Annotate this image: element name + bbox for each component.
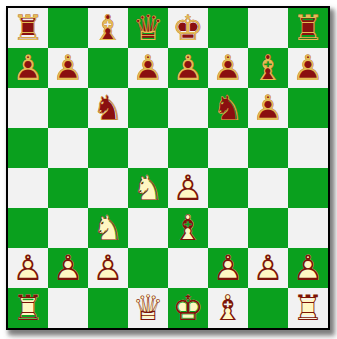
piece-black-pawn-icon[interactable]: ♟♙ [128, 48, 168, 88]
square-b8[interactable] [48, 8, 88, 48]
square-f7[interactable]: ♟♙ [208, 48, 248, 88]
piece-outline-glyph: ♙ [248, 88, 288, 128]
piece-outline-glyph: ♘ [208, 88, 248, 128]
square-b7[interactable]: ♟♙ [48, 48, 88, 88]
square-b5[interactable] [48, 128, 88, 168]
square-b2[interactable]: ♟♙ [48, 248, 88, 288]
piece-black-pawn-icon[interactable]: ♟♙ [168, 48, 208, 88]
square-f2[interactable]: ♟♙ [208, 248, 248, 288]
piece-black-rook-icon[interactable]: ♜♖ [288, 8, 328, 48]
board-frame: ♜♖♝♗♛♕♚♔♜♖♟♙♟♙♟♙♟♙♟♙♝♗♟♙♞♘♞♘♟♙♞♘♟♙♞♘♝♗♟♙… [6, 6, 330, 330]
piece-outline-glyph: ♘ [88, 208, 128, 248]
square-d6[interactable] [128, 88, 168, 128]
piece-white-pawn-icon[interactable]: ♟♙ [208, 248, 248, 288]
square-g4[interactable] [248, 168, 288, 208]
chess-board: ♜♖♝♗♛♕♚♔♜♖♟♙♟♙♟♙♟♙♟♙♝♗♟♙♞♘♞♘♟♙♞♘♟♙♞♘♝♗♟♙… [8, 8, 328, 328]
square-a2[interactable]: ♟♙ [8, 248, 48, 288]
piece-outline-glyph: ♙ [48, 48, 88, 88]
square-f4[interactable] [208, 168, 248, 208]
square-b1[interactable] [48, 288, 88, 328]
square-c2[interactable]: ♟♙ [88, 248, 128, 288]
square-g5[interactable] [248, 128, 288, 168]
piece-outline-glyph: ♙ [208, 248, 248, 288]
piece-outline-glyph: ♙ [8, 48, 48, 88]
square-e5[interactable] [168, 128, 208, 168]
square-a1[interactable]: ♜♖ [8, 288, 48, 328]
piece-black-rook-icon[interactable]: ♜♖ [8, 8, 48, 48]
square-g8[interactable] [248, 8, 288, 48]
square-b4[interactable] [48, 168, 88, 208]
piece-black-pawn-icon[interactable]: ♟♙ [48, 48, 88, 88]
piece-outline-glyph: ♙ [248, 248, 288, 288]
piece-white-rook-icon[interactable]: ♜♖ [288, 288, 328, 328]
square-e2[interactable] [168, 248, 208, 288]
piece-outline-glyph: ♙ [168, 168, 208, 208]
square-d3[interactable] [128, 208, 168, 248]
square-a7[interactable]: ♟♙ [8, 48, 48, 88]
square-g1[interactable] [248, 288, 288, 328]
piece-white-bishop-icon[interactable]: ♝♗ [208, 288, 248, 328]
piece-outline-glyph: ♕ [128, 8, 168, 48]
piece-white-pawn-icon[interactable]: ♟♙ [8, 248, 48, 288]
square-e8[interactable]: ♚♔ [168, 8, 208, 48]
piece-white-pawn-icon[interactable]: ♟♙ [88, 248, 128, 288]
piece-outline-glyph: ♔ [168, 288, 208, 328]
square-a3[interactable] [8, 208, 48, 248]
piece-outline-glyph: ♖ [288, 288, 328, 328]
piece-outline-glyph: ♗ [248, 48, 288, 88]
piece-outline-glyph: ♔ [168, 8, 208, 48]
piece-outline-glyph: ♙ [288, 48, 328, 88]
piece-outline-glyph: ♙ [8, 248, 48, 288]
square-h7[interactable]: ♟♙ [288, 48, 328, 88]
piece-outline-glyph: ♗ [88, 8, 128, 48]
piece-outline-glyph: ♖ [8, 288, 48, 328]
piece-outline-glyph: ♘ [88, 88, 128, 128]
piece-white-knight-icon[interactable]: ♞♘ [88, 208, 128, 248]
piece-white-pawn-icon[interactable]: ♟♙ [168, 168, 208, 208]
square-e7[interactable]: ♟♙ [168, 48, 208, 88]
square-b3[interactable] [48, 208, 88, 248]
square-f8[interactable] [208, 8, 248, 48]
piece-outline-glyph: ♕ [128, 288, 168, 328]
square-d8[interactable]: ♛♕ [128, 8, 168, 48]
square-c7[interactable] [88, 48, 128, 88]
square-d1[interactable]: ♛♕ [128, 288, 168, 328]
piece-black-pawn-icon[interactable]: ♟♙ [208, 48, 248, 88]
piece-black-knight-icon[interactable]: ♞♘ [88, 88, 128, 128]
square-e3[interactable]: ♝♗ [168, 208, 208, 248]
piece-black-pawn-icon[interactable]: ♟♙ [248, 88, 288, 128]
piece-outline-glyph: ♖ [288, 8, 328, 48]
square-c3[interactable]: ♞♘ [88, 208, 128, 248]
square-h8[interactable]: ♜♖ [288, 8, 328, 48]
piece-black-king-icon[interactable]: ♚♔ [168, 8, 208, 48]
piece-outline-glyph: ♗ [208, 288, 248, 328]
piece-outline-glyph: ♙ [168, 48, 208, 88]
chess-app-window: ♜♖♝♗♛♕♚♔♜♖♟♙♟♙♟♙♟♙♟♙♝♗♟♙♞♘♞♘♟♙♞♘♟♙♞♘♝♗♟♙… [0, 0, 337, 339]
piece-outline-glyph: ♙ [88, 248, 128, 288]
piece-white-knight-icon[interactable]: ♞♘ [128, 168, 168, 208]
square-d4[interactable]: ♞♘ [128, 168, 168, 208]
square-c8[interactable]: ♝♗ [88, 8, 128, 48]
square-g6[interactable]: ♟♙ [248, 88, 288, 128]
square-e4[interactable]: ♟♙ [168, 168, 208, 208]
square-c1[interactable] [88, 288, 128, 328]
piece-black-knight-icon[interactable]: ♞♘ [208, 88, 248, 128]
square-a8[interactable]: ♜♖ [8, 8, 48, 48]
square-h2[interactable]: ♟♙ [288, 248, 328, 288]
square-a6[interactable] [8, 88, 48, 128]
piece-black-pawn-icon[interactable]: ♟♙ [288, 48, 328, 88]
square-g7[interactable]: ♝♗ [248, 48, 288, 88]
piece-black-bishop-icon[interactable]: ♝♗ [248, 48, 288, 88]
square-g3[interactable] [248, 208, 288, 248]
square-g2[interactable]: ♟♙ [248, 248, 288, 288]
piece-black-pawn-icon[interactable]: ♟♙ [8, 48, 48, 88]
piece-outline-glyph: ♙ [208, 48, 248, 88]
square-f3[interactable] [208, 208, 248, 248]
square-e1[interactable]: ♚♔ [168, 288, 208, 328]
piece-outline-glyph: ♖ [8, 8, 48, 48]
square-a5[interactable] [8, 128, 48, 168]
piece-black-bishop-icon[interactable]: ♝♗ [88, 8, 128, 48]
square-d7[interactable]: ♟♙ [128, 48, 168, 88]
piece-white-rook-icon[interactable]: ♜♖ [8, 288, 48, 328]
square-c4[interactable] [88, 168, 128, 208]
piece-outline-glyph: ♙ [128, 48, 168, 88]
square-b6[interactable] [48, 88, 88, 128]
piece-white-pawn-icon[interactable]: ♟♙ [288, 248, 328, 288]
piece-white-bishop-icon[interactable]: ♝♗ [168, 208, 208, 248]
piece-white-pawn-icon[interactable]: ♟♙ [248, 248, 288, 288]
square-h1[interactable]: ♜♖ [288, 288, 328, 328]
square-h5[interactable] [288, 128, 328, 168]
square-f6[interactable]: ♞♘ [208, 88, 248, 128]
piece-outline-glyph: ♘ [128, 168, 168, 208]
piece-white-pawn-icon[interactable]: ♟♙ [48, 248, 88, 288]
square-h4[interactable] [288, 168, 328, 208]
piece-outline-glyph: ♙ [288, 248, 328, 288]
square-c6[interactable]: ♞♘ [88, 88, 128, 128]
square-f5[interactable] [208, 128, 248, 168]
piece-white-king-icon[interactable]: ♚♔ [168, 288, 208, 328]
square-h3[interactable] [288, 208, 328, 248]
square-h6[interactable] [288, 88, 328, 128]
square-a4[interactable] [8, 168, 48, 208]
piece-outline-glyph: ♗ [168, 208, 208, 248]
piece-black-queen-icon[interactable]: ♛♕ [128, 8, 168, 48]
square-d2[interactable] [128, 248, 168, 288]
square-e6[interactable] [168, 88, 208, 128]
piece-outline-glyph: ♙ [48, 248, 88, 288]
square-c5[interactable] [88, 128, 128, 168]
square-d5[interactable] [128, 128, 168, 168]
square-f1[interactable]: ♝♗ [208, 288, 248, 328]
piece-white-queen-icon[interactable]: ♛♕ [128, 288, 168, 328]
